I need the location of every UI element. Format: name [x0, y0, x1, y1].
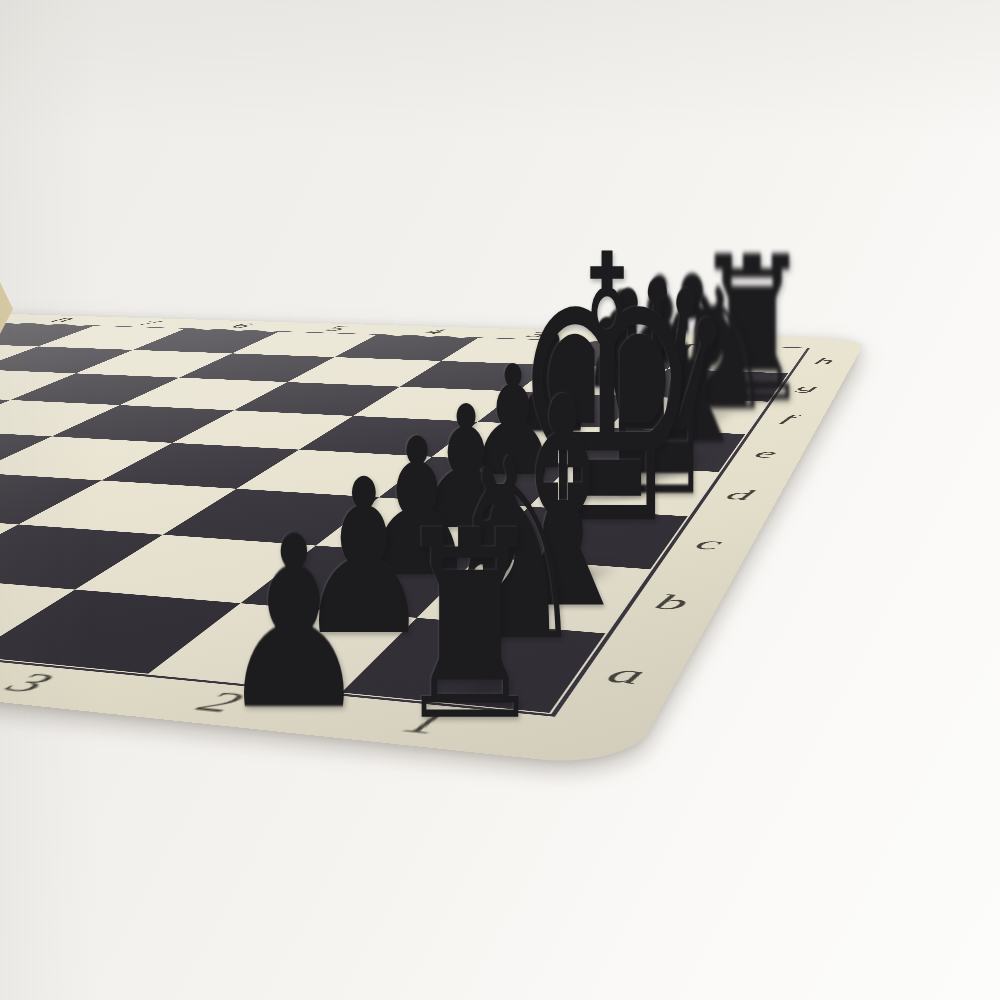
chess-product-photo: aabbccddeeffgghh8877665544332211 ♜♞♝♚♛♝♞…: [0, 0, 1000, 1000]
piece-a1-rook: ♜: [393, 496, 547, 756]
piece-a2-pawn: ♟: [219, 505, 368, 743]
